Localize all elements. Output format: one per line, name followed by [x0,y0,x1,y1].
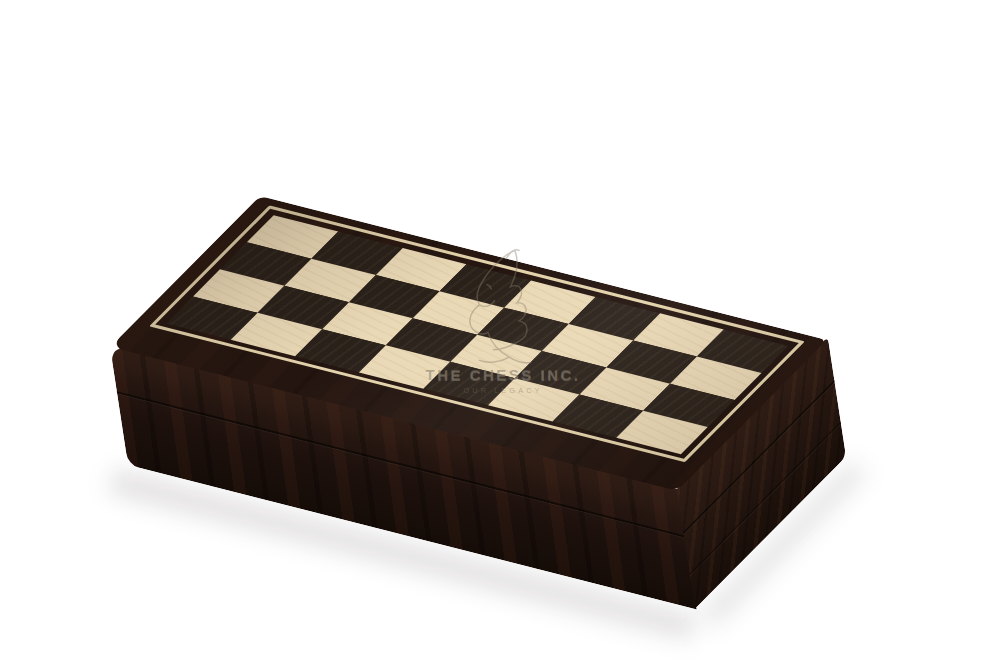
photo-scene: THE CHESS INC. OUR LEGACY [0,0,1002,668]
